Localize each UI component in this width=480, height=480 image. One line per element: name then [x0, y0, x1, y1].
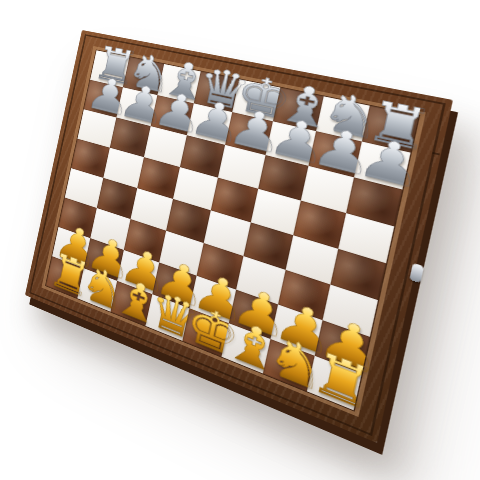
frame-seam — [432, 152, 440, 155]
pieces-layer: ♜♞♝♛♚♝♞♜♟♟♟♟♟♟♟♟♟♟♟♟♟♟♟♟♜♞♝♛♚♝♞♜ — [46, 50, 419, 410]
side-clasp-icon — [409, 263, 424, 283]
piece-black-pawn-h7[interactable]: ♟ — [353, 128, 414, 195]
product-photo-scene: ♜♞♝♛♚♝♞♜♟♟♟♟♟♟♟♟♟♟♟♟♟♟♟♟♜♞♝♛♚♝♞♜ — [0, 0, 480, 480]
chess-box-frame: ♜♞♝♛♚♝♞♜♟♟♟♟♟♟♟♟♟♟♟♟♟♟♟♟♜♞♝♛♚♝♞♜ — [25, 30, 453, 443]
piece-white-rook-h1[interactable]: ♜ — [306, 342, 365, 415]
